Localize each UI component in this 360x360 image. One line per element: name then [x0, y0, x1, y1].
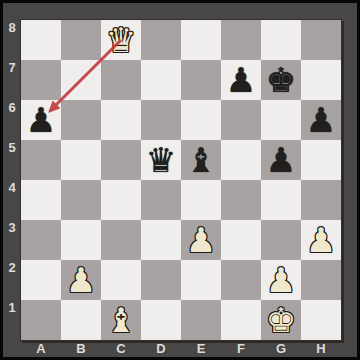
- square-g6[interactable]: [261, 100, 301, 140]
- square-b5[interactable]: [61, 140, 101, 180]
- square-g3[interactable]: [261, 220, 301, 260]
- square-e3[interactable]: ♟: [181, 220, 221, 260]
- square-h6[interactable]: ♟: [301, 100, 341, 140]
- square-f1[interactable]: [221, 300, 261, 340]
- square-e2[interactable]: [181, 260, 221, 300]
- square-d3[interactable]: [141, 220, 181, 260]
- black-pawn: ♟: [261, 140, 301, 180]
- file-label-c: C: [101, 341, 141, 357]
- square-e1[interactable]: [181, 300, 221, 340]
- square-f8[interactable]: [221, 20, 261, 60]
- white-bishop: ♝: [101, 300, 141, 340]
- square-d4[interactable]: [141, 180, 181, 220]
- square-d1[interactable]: [141, 300, 181, 340]
- white-king: ♚: [261, 300, 301, 340]
- square-h8[interactable]: [301, 20, 341, 60]
- chess-board-frame: ♛♟♚♟♟♛♝♟♟♟♟♟♝♚ 87654321ABCDEFGH: [0, 0, 360, 360]
- square-g8[interactable]: [261, 20, 301, 60]
- square-e6[interactable]: [181, 100, 221, 140]
- square-d6[interactable]: [141, 100, 181, 140]
- square-b4[interactable]: [61, 180, 101, 220]
- square-g5[interactable]: ♟: [261, 140, 301, 180]
- square-d7[interactable]: [141, 60, 181, 100]
- white-queen: ♛: [101, 20, 141, 60]
- square-b2[interactable]: ♟: [61, 260, 101, 300]
- square-a4[interactable]: [21, 180, 61, 220]
- white-pawn: ♟: [61, 260, 101, 300]
- black-pawn: ♟: [221, 60, 261, 100]
- chess-board: ♛♟♚♟♟♛♝♟♟♟♟♟♝♚: [21, 20, 341, 340]
- square-h7[interactable]: [301, 60, 341, 100]
- square-e8[interactable]: [181, 20, 221, 60]
- black-king: ♚: [261, 60, 301, 100]
- black-pawn: ♟: [21, 100, 61, 140]
- square-a6[interactable]: ♟: [21, 100, 61, 140]
- file-label-g: G: [261, 341, 301, 357]
- file-label-b: B: [61, 341, 101, 357]
- rank-label-1: 1: [3, 300, 21, 315]
- file-label-a: A: [21, 341, 61, 357]
- square-h5[interactable]: [301, 140, 341, 180]
- square-b6[interactable]: [61, 100, 101, 140]
- square-c5[interactable]: [101, 140, 141, 180]
- white-pawn: ♟: [301, 220, 341, 260]
- rank-label-8: 8: [3, 20, 21, 35]
- black-pawn: ♟: [301, 100, 341, 140]
- black-bishop: ♝: [181, 140, 221, 180]
- square-c2[interactable]: [101, 260, 141, 300]
- square-a3[interactable]: [21, 220, 61, 260]
- square-c8[interactable]: ♛: [101, 20, 141, 60]
- square-a1[interactable]: [21, 300, 61, 340]
- square-g2[interactable]: ♟: [261, 260, 301, 300]
- rank-label-7: 7: [3, 60, 21, 75]
- square-a8[interactable]: [21, 20, 61, 60]
- file-label-f: F: [221, 341, 261, 357]
- square-e7[interactable]: [181, 60, 221, 100]
- rank-label-2: 2: [3, 260, 21, 275]
- square-e4[interactable]: [181, 180, 221, 220]
- square-h3[interactable]: ♟: [301, 220, 341, 260]
- square-f7[interactable]: ♟: [221, 60, 261, 100]
- square-f5[interactable]: [221, 140, 261, 180]
- file-label-h: H: [301, 341, 341, 357]
- square-f4[interactable]: [221, 180, 261, 220]
- square-b7[interactable]: [61, 60, 101, 100]
- square-g1[interactable]: ♚: [261, 300, 301, 340]
- square-b1[interactable]: [61, 300, 101, 340]
- rank-label-6: 6: [3, 100, 21, 115]
- square-b8[interactable]: [61, 20, 101, 60]
- square-a2[interactable]: [21, 260, 61, 300]
- square-f2[interactable]: [221, 260, 261, 300]
- rank-label-4: 4: [3, 180, 21, 195]
- black-queen: ♛: [141, 140, 181, 180]
- square-d8[interactable]: [141, 20, 181, 60]
- white-pawn: ♟: [261, 260, 301, 300]
- square-h1[interactable]: [301, 300, 341, 340]
- square-c1[interactable]: ♝: [101, 300, 141, 340]
- rank-label-3: 3: [3, 220, 21, 235]
- square-h2[interactable]: [301, 260, 341, 300]
- square-g4[interactable]: [261, 180, 301, 220]
- square-c7[interactable]: [101, 60, 141, 100]
- square-c3[interactable]: [101, 220, 141, 260]
- square-a5[interactable]: [21, 140, 61, 180]
- file-label-e: E: [181, 341, 221, 357]
- square-c6[interactable]: [101, 100, 141, 140]
- square-d2[interactable]: [141, 260, 181, 300]
- square-d5[interactable]: ♛: [141, 140, 181, 180]
- rank-label-5: 5: [3, 140, 21, 155]
- file-label-d: D: [141, 341, 181, 357]
- square-f3[interactable]: [221, 220, 261, 260]
- square-e5[interactable]: ♝: [181, 140, 221, 180]
- square-b3[interactable]: [61, 220, 101, 260]
- square-f6[interactable]: [221, 100, 261, 140]
- square-g7[interactable]: ♚: [261, 60, 301, 100]
- square-h4[interactable]: [301, 180, 341, 220]
- white-pawn: ♟: [181, 220, 221, 260]
- square-c4[interactable]: [101, 180, 141, 220]
- square-a7[interactable]: [21, 60, 61, 100]
